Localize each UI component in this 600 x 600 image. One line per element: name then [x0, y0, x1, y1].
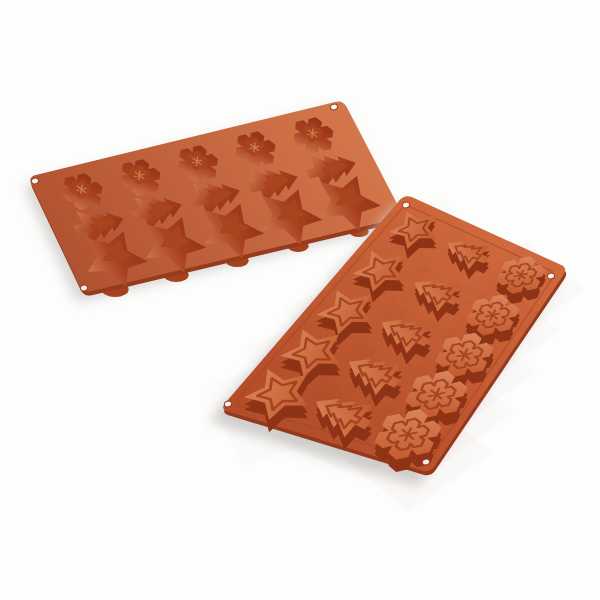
product-photo — [0, 0, 600, 600]
molds-scene — [0, 0, 600, 600]
